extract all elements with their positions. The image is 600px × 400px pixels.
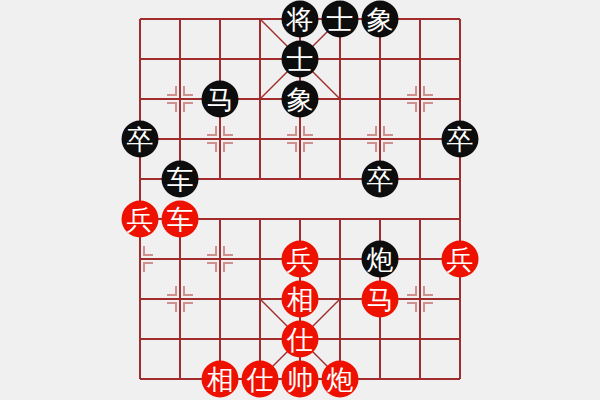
red-advisor-piece[interactable]: 仕	[242, 361, 279, 398]
red-chariot-piece[interactable]: 车	[162, 201, 199, 238]
black-advisor-piece[interactable]: 士	[322, 1, 359, 38]
black-soldier-piece[interactable]: 卒	[362, 161, 399, 198]
red-general-piece[interactable]: 帅	[282, 361, 319, 398]
red-advisor-piece[interactable]: 仕	[282, 321, 319, 358]
xiangqi-board: 将士象士马象卒卒车卒炮兵车兵兵相马仕相仕帅炮	[140, 19, 460, 379]
black-soldier-piece[interactable]: 卒	[122, 121, 159, 158]
red-elephant-piece[interactable]: 相	[202, 361, 239, 398]
black-general-piece[interactable]: 将	[282, 1, 319, 38]
red-soldier-piece[interactable]: 兵	[442, 241, 479, 278]
black-elephant-piece[interactable]: 象	[282, 81, 319, 118]
red-horse-piece[interactable]: 马	[362, 281, 399, 318]
piece-layer: 将士象士马象卒卒车卒炮兵车兵兵相马仕相仕帅炮	[140, 19, 460, 379]
black-advisor-piece[interactable]: 士	[282, 41, 319, 78]
red-cannon-piece[interactable]: 炮	[322, 361, 359, 398]
black-elephant-piece[interactable]: 象	[362, 1, 399, 38]
black-horse-piece[interactable]: 马	[202, 81, 239, 118]
red-soldier-piece[interactable]: 兵	[282, 241, 319, 278]
red-soldier-piece[interactable]: 兵	[122, 201, 159, 238]
black-chariot-piece[interactable]: 车	[162, 161, 199, 198]
black-cannon-piece[interactable]: 炮	[362, 241, 399, 278]
red-elephant-piece[interactable]: 相	[282, 281, 319, 318]
black-soldier-piece[interactable]: 卒	[442, 121, 479, 158]
